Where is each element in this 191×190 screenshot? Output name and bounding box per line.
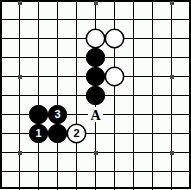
star-point bbox=[18, 75, 22, 79]
board-svg[interactable]: 312A bbox=[0, 0, 191, 190]
star-point bbox=[170, 151, 174, 155]
go-board[interactable]: 312A bbox=[0, 0, 191, 190]
white-stone bbox=[86, 29, 104, 47]
white-stone bbox=[105, 67, 123, 85]
star-point bbox=[18, 151, 22, 155]
black-stone bbox=[29, 105, 47, 123]
stone-move-number: 2 bbox=[73, 127, 79, 139]
black-stone bbox=[86, 67, 104, 85]
star-point bbox=[170, 1, 174, 5]
stone-move-number: 1 bbox=[35, 127, 41, 139]
black-stone bbox=[48, 124, 66, 142]
star-point bbox=[18, 1, 22, 5]
black-stone bbox=[86, 48, 104, 66]
star-point bbox=[170, 75, 174, 79]
white-stone bbox=[105, 29, 123, 47]
stone-move-number: 3 bbox=[54, 108, 60, 120]
black-stone bbox=[86, 86, 104, 104]
point-label: A bbox=[90, 108, 101, 123]
star-point bbox=[94, 1, 98, 5]
star-point bbox=[94, 151, 98, 155]
